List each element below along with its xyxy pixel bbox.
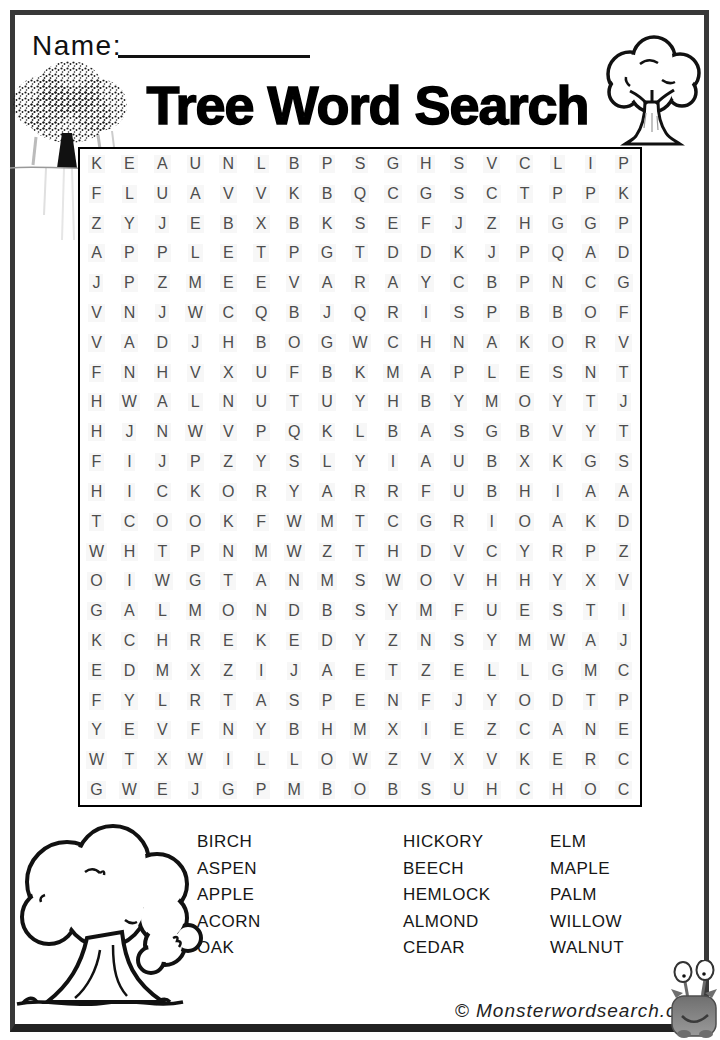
grid-cell-r1c4[interactable]: U bbox=[179, 149, 212, 179]
grid-cell-r4c14[interactable]: P bbox=[508, 238, 541, 268]
grid-cell-r19c12[interactable]: J bbox=[442, 686, 475, 716]
grid-cell-r8c4[interactable]: V bbox=[179, 358, 212, 388]
grid-cell-r3c10[interactable]: E bbox=[376, 209, 409, 239]
grid-cell-r6c7[interactable]: B bbox=[278, 298, 311, 328]
grid-cell-r20c10[interactable]: X bbox=[376, 716, 409, 746]
grid-cell-r3c17[interactable]: P bbox=[607, 209, 640, 239]
grid-cell-r12c4[interactable]: K bbox=[179, 477, 212, 507]
grid-cell-r19c3[interactable]: L bbox=[146, 686, 179, 716]
grid-cell-r7c14[interactable]: K bbox=[508, 328, 541, 358]
grid-cell-r7c7[interactable]: O bbox=[278, 328, 311, 358]
grid-cell-r19c17[interactable]: P bbox=[607, 686, 640, 716]
grid-cell-r13c11[interactable]: G bbox=[409, 507, 442, 537]
grid-cell-r4c6[interactable]: T bbox=[245, 238, 278, 268]
grid-cell-r16c3[interactable]: L bbox=[146, 596, 179, 626]
grid-cell-r9c8[interactable]: U bbox=[311, 388, 344, 418]
grid-cell-r5c3[interactable]: Z bbox=[146, 268, 179, 298]
grid-cell-r22c9[interactable]: O bbox=[344, 775, 377, 805]
grid-cell-r19c10[interactable]: N bbox=[376, 686, 409, 716]
grid-cell-r17c10[interactable]: Z bbox=[376, 626, 409, 656]
grid-cell-r19c5[interactable]: T bbox=[212, 686, 245, 716]
grid-cell-r8c10[interactable]: M bbox=[376, 358, 409, 388]
grid-cell-r10c8[interactable]: K bbox=[311, 417, 344, 447]
grid-cell-r17c17[interactable]: J bbox=[607, 626, 640, 656]
grid-cell-r14c11[interactable]: D bbox=[409, 537, 442, 567]
grid-cell-r20c17[interactable]: E bbox=[607, 716, 640, 746]
grid-cell-r6c11[interactable]: I bbox=[409, 298, 442, 328]
grid-cell-r21c7[interactable]: L bbox=[278, 745, 311, 775]
grid-cell-r7c16[interactable]: R bbox=[574, 328, 607, 358]
grid-cell-r4c7[interactable]: P bbox=[278, 238, 311, 268]
grid-cell-r9c17[interactable]: J bbox=[607, 388, 640, 418]
grid-cell-r9c15[interactable]: Y bbox=[541, 388, 574, 418]
grid-cell-r8c7[interactable]: F bbox=[278, 358, 311, 388]
grid-cell-r10c11[interactable]: A bbox=[409, 417, 442, 447]
grid-cell-r20c5[interactable]: N bbox=[212, 716, 245, 746]
grid-cell-r18c4[interactable]: X bbox=[179, 656, 212, 686]
grid-cell-r15c3[interactable]: W bbox=[146, 566, 179, 596]
grid-cell-r11c13[interactable]: B bbox=[475, 447, 508, 477]
grid-cell-r22c15[interactable]: H bbox=[541, 775, 574, 805]
grid-cell-r14c10[interactable]: H bbox=[376, 537, 409, 567]
grid-cell-r7c12[interactable]: N bbox=[442, 328, 475, 358]
grid-cell-r15c4[interactable]: G bbox=[179, 566, 212, 596]
grid-cell-r18c15[interactable]: G bbox=[541, 656, 574, 686]
grid-cell-r1c15[interactable]: L bbox=[541, 149, 574, 179]
grid-cell-r5c4[interactable]: M bbox=[179, 268, 212, 298]
grid-cell-r21c1[interactable]: W bbox=[80, 745, 113, 775]
grid-cell-r12c3[interactable]: C bbox=[146, 477, 179, 507]
grid-cell-r3c5[interactable]: B bbox=[212, 209, 245, 239]
grid-cell-r21c8[interactable]: O bbox=[311, 745, 344, 775]
grid-cell-r7c10[interactable]: C bbox=[376, 328, 409, 358]
grid-cell-r3c13[interactable]: Z bbox=[475, 209, 508, 239]
grid-cell-r3c3[interactable]: J bbox=[146, 209, 179, 239]
grid-cell-r18c13[interactable]: L bbox=[475, 656, 508, 686]
grid-cell-r13c12[interactable]: R bbox=[442, 507, 475, 537]
grid-cell-r8c13[interactable]: L bbox=[475, 358, 508, 388]
grid-cell-r7c17[interactable]: V bbox=[607, 328, 640, 358]
grid-cell-r11c3[interactable]: J bbox=[146, 447, 179, 477]
grid-cell-r18c9[interactable]: E bbox=[344, 656, 377, 686]
grid-cell-r18c1[interactable]: E bbox=[80, 656, 113, 686]
grid-cell-r10c2[interactable]: J bbox=[113, 417, 146, 447]
grid-cell-r16c11[interactable]: M bbox=[409, 596, 442, 626]
grid-cell-r17c8[interactable]: D bbox=[311, 626, 344, 656]
grid-cell-r6c8[interactable]: J bbox=[311, 298, 344, 328]
grid-cell-r15c8[interactable]: M bbox=[311, 566, 344, 596]
grid-cell-r3c15[interactable]: G bbox=[541, 209, 574, 239]
grid-cell-r18c8[interactable]: A bbox=[311, 656, 344, 686]
grid-cell-r17c7[interactable]: E bbox=[278, 626, 311, 656]
grid-cell-r16c17[interactable]: I bbox=[607, 596, 640, 626]
grid-cell-r21c16[interactable]: R bbox=[574, 745, 607, 775]
grid-cell-r16c7[interactable]: D bbox=[278, 596, 311, 626]
grid-cell-r1c12[interactable]: S bbox=[442, 149, 475, 179]
grid-cell-r17c16[interactable]: A bbox=[574, 626, 607, 656]
grid-cell-r10c16[interactable]: Y bbox=[574, 417, 607, 447]
grid-cell-r4c9[interactable]: T bbox=[344, 238, 377, 268]
grid-cell-r20c15[interactable]: A bbox=[541, 716, 574, 746]
grid-cell-r14c15[interactable]: R bbox=[541, 537, 574, 567]
grid-cell-r2c12[interactable]: S bbox=[442, 179, 475, 209]
grid-cell-r15c5[interactable]: T bbox=[212, 566, 245, 596]
grid-cell-r8c8[interactable]: B bbox=[311, 358, 344, 388]
grid-cell-r1c3[interactable]: A bbox=[146, 149, 179, 179]
grid-cell-r12c5[interactable]: O bbox=[212, 477, 245, 507]
grid-cell-r22c5[interactable]: G bbox=[212, 775, 245, 805]
grid-cell-r9c16[interactable]: T bbox=[574, 388, 607, 418]
grid-cell-r17c6[interactable]: K bbox=[245, 626, 278, 656]
grid-cell-r18c5[interactable]: Z bbox=[212, 656, 245, 686]
grid-cell-r22c8[interactable]: B bbox=[311, 775, 344, 805]
grid-cell-r16c12[interactable]: F bbox=[442, 596, 475, 626]
grid-cell-r3c14[interactable]: H bbox=[508, 209, 541, 239]
grid-cell-r5c2[interactable]: P bbox=[113, 268, 146, 298]
grid-cell-r15c14[interactable]: H bbox=[508, 566, 541, 596]
grid-cell-r11c10[interactable]: I bbox=[376, 447, 409, 477]
grid-cell-r22c10[interactable]: B bbox=[376, 775, 409, 805]
grid-cell-r11c1[interactable]: F bbox=[80, 447, 113, 477]
grid-cell-r1c8[interactable]: P bbox=[311, 149, 344, 179]
grid-cell-r9c3[interactable]: A bbox=[146, 388, 179, 418]
grid-cell-r6c4[interactable]: W bbox=[179, 298, 212, 328]
grid-cell-r16c1[interactable]: G bbox=[80, 596, 113, 626]
grid-cell-r4c11[interactable]: D bbox=[409, 238, 442, 268]
grid-cell-r15c9[interactable]: S bbox=[344, 566, 377, 596]
grid-cell-r5c13[interactable]: B bbox=[475, 268, 508, 298]
grid-cell-r9c13[interactable]: M bbox=[475, 388, 508, 418]
grid-cell-r17c9[interactable]: Y bbox=[344, 626, 377, 656]
grid-cell-r19c4[interactable]: R bbox=[179, 686, 212, 716]
grid-cell-r14c3[interactable]: T bbox=[146, 537, 179, 567]
grid-cell-r14c8[interactable]: Z bbox=[311, 537, 344, 567]
grid-cell-r16c6[interactable]: N bbox=[245, 596, 278, 626]
grid-cell-r3c12[interactable]: J bbox=[442, 209, 475, 239]
grid-cell-r1c7[interactable]: B bbox=[278, 149, 311, 179]
grid-cell-r19c1[interactable]: F bbox=[80, 686, 113, 716]
grid-cell-r4c16[interactable]: A bbox=[574, 238, 607, 268]
grid-cell-r3c8[interactable]: K bbox=[311, 209, 344, 239]
grid-cell-r13c8[interactable]: M bbox=[311, 507, 344, 537]
grid-cell-r16c4[interactable]: M bbox=[179, 596, 212, 626]
grid-cell-r2c6[interactable]: V bbox=[245, 179, 278, 209]
grid-cell-r8c15[interactable]: S bbox=[541, 358, 574, 388]
grid-cell-r8c6[interactable]: U bbox=[245, 358, 278, 388]
grid-cell-r19c6[interactable]: A bbox=[245, 686, 278, 716]
grid-cell-r8c5[interactable]: X bbox=[212, 358, 245, 388]
grid-cell-r18c11[interactable]: Z bbox=[409, 656, 442, 686]
grid-cell-r2c16[interactable]: P bbox=[574, 179, 607, 209]
grid-cell-r15c1[interactable]: O bbox=[80, 566, 113, 596]
grid-cell-r7c9[interactable]: W bbox=[344, 328, 377, 358]
grid-cell-r11c16[interactable]: G bbox=[574, 447, 607, 477]
grid-cell-r22c4[interactable]: J bbox=[179, 775, 212, 805]
grid-cell-r12c12[interactable]: U bbox=[442, 477, 475, 507]
grid-cell-r19c7[interactable]: S bbox=[278, 686, 311, 716]
grid-cell-r20c6[interactable]: Y bbox=[245, 716, 278, 746]
grid-cell-r1c17[interactable]: P bbox=[607, 149, 640, 179]
grid-cell-r4c12[interactable]: K bbox=[442, 238, 475, 268]
grid-cell-r20c16[interactable]: N bbox=[574, 716, 607, 746]
grid-cell-r22c7[interactable]: M bbox=[278, 775, 311, 805]
grid-cell-r15c12[interactable]: V bbox=[442, 566, 475, 596]
grid-cell-r5c12[interactable]: C bbox=[442, 268, 475, 298]
grid-cell-r4c13[interactable]: J bbox=[475, 238, 508, 268]
grid-cell-r15c17[interactable]: V bbox=[607, 566, 640, 596]
grid-cell-r15c16[interactable]: X bbox=[574, 566, 607, 596]
grid-cell-r22c13[interactable]: H bbox=[475, 775, 508, 805]
grid-cell-r3c2[interactable]: Y bbox=[113, 209, 146, 239]
grid-cell-r8c2[interactable]: N bbox=[113, 358, 146, 388]
grid-cell-r16c14[interactable]: E bbox=[508, 596, 541, 626]
grid-cell-r14c17[interactable]: Z bbox=[607, 537, 640, 567]
grid-cell-r9c10[interactable]: H bbox=[376, 388, 409, 418]
grid-cell-r20c3[interactable]: V bbox=[146, 716, 179, 746]
grid-cell-r8c1[interactable]: F bbox=[80, 358, 113, 388]
grid-cell-r1c11[interactable]: H bbox=[409, 149, 442, 179]
grid-cell-r6c6[interactable]: Q bbox=[245, 298, 278, 328]
grid-cell-r18c2[interactable]: D bbox=[113, 656, 146, 686]
grid-cell-r9c5[interactable]: N bbox=[212, 388, 245, 418]
grid-cell-r20c12[interactable]: E bbox=[442, 716, 475, 746]
grid-cell-r21c15[interactable]: E bbox=[541, 745, 574, 775]
grid-cell-r16c2[interactable]: A bbox=[113, 596, 146, 626]
grid-cell-r21c10[interactable]: Z bbox=[376, 745, 409, 775]
grid-cell-r14c4[interactable]: P bbox=[179, 537, 212, 567]
grid-cell-r8c9[interactable]: K bbox=[344, 358, 377, 388]
grid-cell-r20c1[interactable]: Y bbox=[80, 716, 113, 746]
grid-cell-r14c14[interactable]: Y bbox=[508, 537, 541, 567]
grid-cell-r15c6[interactable]: A bbox=[245, 566, 278, 596]
grid-cell-r15c10[interactable]: W bbox=[376, 566, 409, 596]
grid-cell-r22c6[interactable]: P bbox=[245, 775, 278, 805]
grid-cell-r6c9[interactable]: Q bbox=[344, 298, 377, 328]
grid-cell-r12c11[interactable]: F bbox=[409, 477, 442, 507]
grid-cell-r13c1[interactable]: T bbox=[80, 507, 113, 537]
grid-cell-r11c14[interactable]: X bbox=[508, 447, 541, 477]
grid-cell-r5c17[interactable]: G bbox=[607, 268, 640, 298]
grid-cell-r9c6[interactable]: U bbox=[245, 388, 278, 418]
grid-cell-r1c5[interactable]: N bbox=[212, 149, 245, 179]
grid-cell-r3c11[interactable]: F bbox=[409, 209, 442, 239]
grid-cell-r16c15[interactable]: S bbox=[541, 596, 574, 626]
grid-cell-r2c10[interactable]: C bbox=[376, 179, 409, 209]
name-fill-in-line[interactable] bbox=[118, 55, 310, 58]
grid-cell-r7c11[interactable]: H bbox=[409, 328, 442, 358]
grid-cell-r19c14[interactable]: O bbox=[508, 686, 541, 716]
grid-cell-r12c2[interactable]: I bbox=[113, 477, 146, 507]
grid-cell-r6c2[interactable]: N bbox=[113, 298, 146, 328]
grid-cell-r9c11[interactable]: B bbox=[409, 388, 442, 418]
grid-cell-r1c1[interactable]: K bbox=[80, 149, 113, 179]
grid-cell-r21c13[interactable]: V bbox=[475, 745, 508, 775]
grid-cell-r11c5[interactable]: Z bbox=[212, 447, 245, 477]
grid-cell-r6c16[interactable]: O bbox=[574, 298, 607, 328]
grid-cell-r3c1[interactable]: Z bbox=[80, 209, 113, 239]
grid-cell-r7c6[interactable]: B bbox=[245, 328, 278, 358]
grid-cell-r10c4[interactable]: W bbox=[179, 417, 212, 447]
grid-cell-r22c1[interactable]: G bbox=[80, 775, 113, 805]
grid-cell-r3c9[interactable]: S bbox=[344, 209, 377, 239]
grid-cell-r1c2[interactable]: E bbox=[113, 149, 146, 179]
grid-cell-r12c8[interactable]: A bbox=[311, 477, 344, 507]
grid-cell-r21c14[interactable]: K bbox=[508, 745, 541, 775]
grid-cell-r5c15[interactable]: N bbox=[541, 268, 574, 298]
grid-cell-r1c14[interactable]: C bbox=[508, 149, 541, 179]
grid-cell-r11c15[interactable]: K bbox=[541, 447, 574, 477]
grid-cell-r2c5[interactable]: V bbox=[212, 179, 245, 209]
grid-cell-r12c15[interactable]: I bbox=[541, 477, 574, 507]
grid-cell-r2c9[interactable]: Q bbox=[344, 179, 377, 209]
grid-cell-r15c11[interactable]: O bbox=[409, 566, 442, 596]
grid-cell-r2c14[interactable]: T bbox=[508, 179, 541, 209]
grid-cell-r13c7[interactable]: W bbox=[278, 507, 311, 537]
grid-cell-r20c11[interactable]: I bbox=[409, 716, 442, 746]
grid-cell-r13c3[interactable]: O bbox=[146, 507, 179, 537]
grid-cell-r7c1[interactable]: V bbox=[80, 328, 113, 358]
grid-cell-r12c7[interactable]: Y bbox=[278, 477, 311, 507]
grid-cell-r22c12[interactable]: U bbox=[442, 775, 475, 805]
grid-cell-r7c3[interactable]: D bbox=[146, 328, 179, 358]
grid-cell-r6c15[interactable]: B bbox=[541, 298, 574, 328]
grid-cell-r1c9[interactable]: S bbox=[344, 149, 377, 179]
grid-cell-r2c7[interactable]: K bbox=[278, 179, 311, 209]
grid-cell-r2c13[interactable]: C bbox=[475, 179, 508, 209]
grid-cell-r5c9[interactable]: R bbox=[344, 268, 377, 298]
grid-cell-r13c9[interactable]: T bbox=[344, 507, 377, 537]
grid-cell-r17c5[interactable]: E bbox=[212, 626, 245, 656]
grid-cell-r7c4[interactable]: J bbox=[179, 328, 212, 358]
grid-cell-r19c2[interactable]: Y bbox=[113, 686, 146, 716]
grid-cell-r10c17[interactable]: T bbox=[607, 417, 640, 447]
grid-cell-r14c6[interactable]: M bbox=[245, 537, 278, 567]
grid-cell-r8c3[interactable]: H bbox=[146, 358, 179, 388]
grid-cell-r21c17[interactable]: C bbox=[607, 745, 640, 775]
grid-cell-r2c4[interactable]: A bbox=[179, 179, 212, 209]
grid-cell-r3c16[interactable]: G bbox=[574, 209, 607, 239]
grid-cell-r21c12[interactable]: X bbox=[442, 745, 475, 775]
grid-cell-r12c1[interactable]: H bbox=[80, 477, 113, 507]
grid-cell-r6c3[interactable]: J bbox=[146, 298, 179, 328]
grid-cell-r8c12[interactable]: P bbox=[442, 358, 475, 388]
grid-cell-r16c10[interactable]: Y bbox=[376, 596, 409, 626]
grid-cell-r12c10[interactable]: R bbox=[376, 477, 409, 507]
grid-cell-r20c7[interactable]: B bbox=[278, 716, 311, 746]
grid-cell-r9c7[interactable]: T bbox=[278, 388, 311, 418]
grid-cell-r5c8[interactable]: A bbox=[311, 268, 344, 298]
grid-cell-r13c6[interactable]: F bbox=[245, 507, 278, 537]
grid-cell-r10c12[interactable]: S bbox=[442, 417, 475, 447]
grid-cell-r22c2[interactable]: W bbox=[113, 775, 146, 805]
grid-cell-r13c14[interactable]: O bbox=[508, 507, 541, 537]
grid-cell-r12c14[interactable]: H bbox=[508, 477, 541, 507]
grid-cell-r18c6[interactable]: I bbox=[245, 656, 278, 686]
grid-cell-r21c6[interactable]: L bbox=[245, 745, 278, 775]
grid-cell-r18c10[interactable]: T bbox=[376, 656, 409, 686]
grid-cell-r4c15[interactable]: Q bbox=[541, 238, 574, 268]
grid-cell-r17c15[interactable]: W bbox=[541, 626, 574, 656]
grid-cell-r4c4[interactable]: L bbox=[179, 238, 212, 268]
grid-cell-r20c13[interactable]: Z bbox=[475, 716, 508, 746]
grid-cell-r9c9[interactable]: Y bbox=[344, 388, 377, 418]
grid-cell-r10c7[interactable]: Q bbox=[278, 417, 311, 447]
grid-cell-r9c12[interactable]: Y bbox=[442, 388, 475, 418]
grid-cell-r10c13[interactable]: G bbox=[475, 417, 508, 447]
grid-cell-r8c17[interactable]: T bbox=[607, 358, 640, 388]
grid-cell-r14c16[interactable]: P bbox=[574, 537, 607, 567]
grid-cell-r6c10[interactable]: R bbox=[376, 298, 409, 328]
grid-cell-r14c9[interactable]: T bbox=[344, 537, 377, 567]
grid-cell-r18c7[interactable]: J bbox=[278, 656, 311, 686]
grid-cell-r4c17[interactable]: D bbox=[607, 238, 640, 268]
grid-cell-r21c3[interactable]: X bbox=[146, 745, 179, 775]
grid-cell-r12c9[interactable]: R bbox=[344, 477, 377, 507]
grid-cell-r17c2[interactable]: C bbox=[113, 626, 146, 656]
grid-cell-r5c10[interactable]: A bbox=[376, 268, 409, 298]
grid-cell-r11c7[interactable]: S bbox=[278, 447, 311, 477]
grid-cell-r17c12[interactable]: S bbox=[442, 626, 475, 656]
grid-cell-r14c2[interactable]: H bbox=[113, 537, 146, 567]
grid-cell-r8c16[interactable]: N bbox=[574, 358, 607, 388]
grid-cell-r13c4[interactable]: O bbox=[179, 507, 212, 537]
grid-cell-r11c17[interactable]: S bbox=[607, 447, 640, 477]
grid-cell-r16c13[interactable]: U bbox=[475, 596, 508, 626]
grid-cell-r14c5[interactable]: N bbox=[212, 537, 245, 567]
grid-cell-r11c8[interactable]: L bbox=[311, 447, 344, 477]
grid-cell-r8c11[interactable]: A bbox=[409, 358, 442, 388]
grid-cell-r12c6[interactable]: R bbox=[245, 477, 278, 507]
grid-cell-r6c1[interactable]: V bbox=[80, 298, 113, 328]
grid-cell-r11c2[interactable]: I bbox=[113, 447, 146, 477]
grid-cell-r12c16[interactable]: A bbox=[574, 477, 607, 507]
grid-cell-r17c1[interactable]: K bbox=[80, 626, 113, 656]
grid-cell-r13c17[interactable]: D bbox=[607, 507, 640, 537]
grid-cell-r14c1[interactable]: W bbox=[80, 537, 113, 567]
grid-cell-r1c6[interactable]: L bbox=[245, 149, 278, 179]
grid-cell-r9c14[interactable]: O bbox=[508, 388, 541, 418]
grid-cell-r18c16[interactable]: M bbox=[574, 656, 607, 686]
grid-cell-r10c14[interactable]: B bbox=[508, 417, 541, 447]
grid-cell-r7c13[interactable]: A bbox=[475, 328, 508, 358]
grid-cell-r13c5[interactable]: K bbox=[212, 507, 245, 537]
grid-cell-r22c11[interactable]: S bbox=[409, 775, 442, 805]
grid-cell-r5c6[interactable]: E bbox=[245, 268, 278, 298]
grid-cell-r9c4[interactable]: L bbox=[179, 388, 212, 418]
grid-cell-r10c10[interactable]: B bbox=[376, 417, 409, 447]
grid-cell-r19c16[interactable]: T bbox=[574, 686, 607, 716]
grid-cell-r1c16[interactable]: I bbox=[574, 149, 607, 179]
grid-cell-r4c2[interactable]: P bbox=[113, 238, 146, 268]
grid-cell-r17c11[interactable]: N bbox=[409, 626, 442, 656]
grid-cell-r12c17[interactable]: A bbox=[607, 477, 640, 507]
grid-cell-r14c13[interactable]: C bbox=[475, 537, 508, 567]
grid-cell-r6c12[interactable]: S bbox=[442, 298, 475, 328]
grid-cell-r20c9[interactable]: M bbox=[344, 716, 377, 746]
grid-cell-r13c15[interactable]: A bbox=[541, 507, 574, 537]
grid-cell-r5c7[interactable]: V bbox=[278, 268, 311, 298]
grid-cell-r22c16[interactable]: O bbox=[574, 775, 607, 805]
grid-cell-r15c13[interactable]: H bbox=[475, 566, 508, 596]
grid-cell-r5c5[interactable]: E bbox=[212, 268, 245, 298]
grid-cell-r7c8[interactable]: G bbox=[311, 328, 344, 358]
grid-cell-r17c4[interactable]: R bbox=[179, 626, 212, 656]
grid-cell-r5c1[interactable]: J bbox=[80, 268, 113, 298]
grid-cell-r15c2[interactable]: I bbox=[113, 566, 146, 596]
grid-cell-r17c3[interactable]: H bbox=[146, 626, 179, 656]
grid-cell-r4c1[interactable]: A bbox=[80, 238, 113, 268]
grid-cell-r12c13[interactable]: B bbox=[475, 477, 508, 507]
